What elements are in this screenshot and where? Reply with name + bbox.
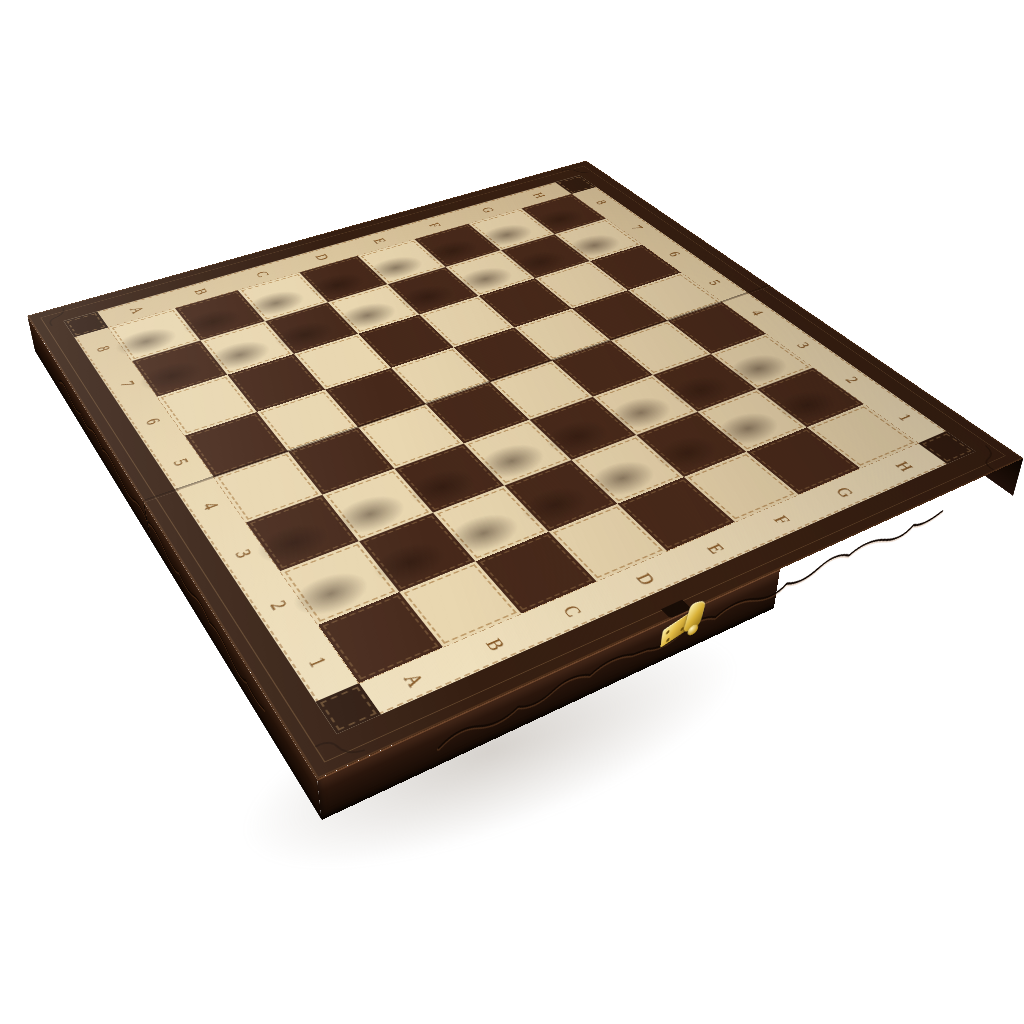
page: { "game": "chess", "scene": "overhead pr… (0, 0, 1024, 1024)
product-photo: 87654321 87654321 ABCDEFGH ABCDEFGH ♜♞♝♚… (0, 0, 1024, 1024)
chess-box: 87654321 87654321 ABCDEFGH ABCDEFGH ♜♞♝♚… (27, 161, 1023, 780)
scene: 87654321 87654321 ABCDEFGH ABCDEFGH ♜♞♝♚… (0, 0, 1024, 1024)
clasp-plate (660, 612, 691, 648)
